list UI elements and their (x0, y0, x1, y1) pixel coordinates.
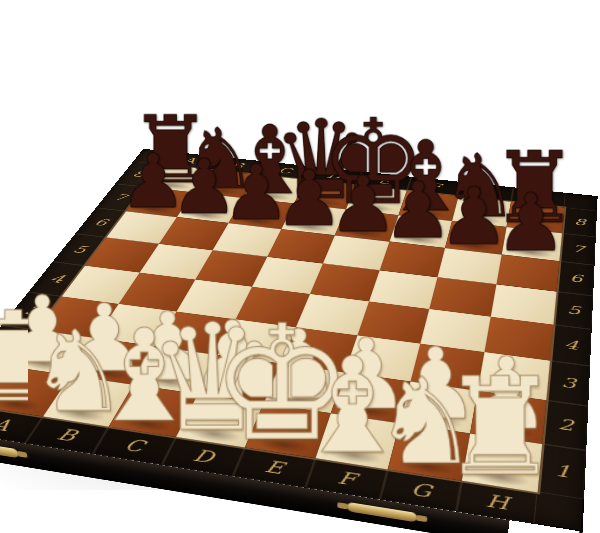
rank-label-6: 6 (557, 261, 595, 296)
brass-clasp-right (347, 502, 417, 523)
square-g6 (437, 248, 501, 284)
square-f6 (380, 242, 445, 278)
board-frame: ABCDEFGH ABCDEFGH 87654321 87654321 ♜♞♝♛… (0, 149, 598, 532)
chess-set-photo: ABCDEFGH ABCDEFGH 87654321 87654321 ♜♞♝♛… (0, 0, 600, 533)
square-d6 (267, 229, 335, 263)
chess-board: ABCDEFGH ABCDEFGH 87654321 87654321 ♜♞♝♛… (0, 149, 598, 532)
brass-clasp-left (0, 439, 19, 458)
square-e6 (323, 235, 390, 270)
square-h5 (491, 284, 557, 324)
board-squares: ♜♞♝♛♚♝♞♜♟♟♟♟♟♟♟♟♟♟♟♟♟♟♟♟♜♞♝♛♚♝♞♜ (0, 164, 564, 492)
rank-label-5: 5 (553, 292, 593, 330)
square-f5 (369, 270, 437, 309)
white-rook-h1: ♜ (440, 373, 561, 481)
black-pawn-h7: ♟ (495, 191, 566, 255)
